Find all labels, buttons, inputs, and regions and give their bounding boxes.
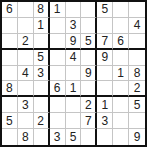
cell-r2c1[interactable] xyxy=(2,18,18,34)
cell-r6c5[interactable]: 1 xyxy=(66,81,82,97)
cell-r9c9[interactable]: 9 xyxy=(129,129,145,145)
cell-r7c7[interactable]: 1 xyxy=(97,97,113,113)
cell-r8c5[interactable] xyxy=(66,113,82,129)
sudoku-board: 681513429576549439188612321552738359 xyxy=(0,0,147,147)
cell-r1c1[interactable]: 6 xyxy=(2,2,18,18)
cell-r6c8[interactable] xyxy=(113,81,129,97)
cell-r5c5[interactable] xyxy=(66,66,82,82)
cell-r1c3[interactable]: 8 xyxy=(34,2,50,18)
cell-r6c4[interactable]: 6 xyxy=(50,81,66,97)
cell-r7c2[interactable]: 3 xyxy=(18,97,34,113)
cell-r7c9[interactable]: 5 xyxy=(129,97,145,113)
cell-r2c2[interactable] xyxy=(18,18,34,34)
cell-r1c8[interactable] xyxy=(113,2,129,18)
cell-r7c3[interactable] xyxy=(34,97,50,113)
cell-r3c3[interactable] xyxy=(34,34,50,50)
cell-r7c4[interactable] xyxy=(50,97,66,113)
cell-r3c7[interactable]: 7 xyxy=(97,34,113,50)
cell-r4c9[interactable] xyxy=(129,50,145,66)
cell-r9c7[interactable] xyxy=(97,129,113,145)
cell-r6c2[interactable] xyxy=(18,81,34,97)
cell-r5c7[interactable] xyxy=(97,66,113,82)
cell-r7c8[interactable] xyxy=(113,97,129,113)
cell-r4c1[interactable] xyxy=(2,50,18,66)
cell-r9c4[interactable]: 3 xyxy=(50,129,66,145)
cell-r4c3[interactable]: 5 xyxy=(34,50,50,66)
cell-r1c6[interactable] xyxy=(81,2,97,18)
cell-r3c8[interactable]: 6 xyxy=(113,34,129,50)
cell-r6c7[interactable] xyxy=(97,81,113,97)
cell-r4c6[interactable] xyxy=(81,50,97,66)
cell-r9c8[interactable] xyxy=(113,129,129,145)
cell-r1c9[interactable] xyxy=(129,2,145,18)
cell-r3c9[interactable] xyxy=(129,34,145,50)
cell-r2c6[interactable] xyxy=(81,18,97,34)
cell-r8c8[interactable] xyxy=(113,113,129,129)
cell-r8c1[interactable]: 5 xyxy=(2,113,18,129)
cell-r1c5[interactable] xyxy=(66,2,82,18)
cell-r5c4[interactable] xyxy=(50,66,66,82)
cell-r3c5[interactable]: 9 xyxy=(66,34,82,50)
cell-r5c2[interactable]: 4 xyxy=(18,66,34,82)
cell-r9c5[interactable]: 5 xyxy=(66,129,82,145)
cell-r5c8[interactable]: 1 xyxy=(113,66,129,82)
cell-r4c5[interactable]: 4 xyxy=(66,50,82,66)
cell-r6c9[interactable]: 2 xyxy=(129,81,145,97)
cell-r5c3[interactable]: 3 xyxy=(34,66,50,82)
cell-r2c4[interactable] xyxy=(50,18,66,34)
cell-r2c9[interactable]: 4 xyxy=(129,18,145,34)
cell-r2c7[interactable] xyxy=(97,18,113,34)
cell-r6c1[interactable]: 8 xyxy=(2,81,18,97)
cell-r8c7[interactable]: 3 xyxy=(97,113,113,129)
cell-r5c1[interactable] xyxy=(2,66,18,82)
cell-r8c2[interactable] xyxy=(18,113,34,129)
cell-r2c8[interactable] xyxy=(113,18,129,34)
cell-r4c4[interactable] xyxy=(50,50,66,66)
cell-r9c1[interactable] xyxy=(2,129,18,145)
cell-r9c3[interactable] xyxy=(34,129,50,145)
cell-r5c9[interactable]: 8 xyxy=(129,66,145,82)
cell-r1c4[interactable]: 1 xyxy=(50,2,66,18)
cell-r2c5[interactable]: 3 xyxy=(66,18,82,34)
cell-r3c1[interactable] xyxy=(2,34,18,50)
cell-r2c3[interactable]: 1 xyxy=(34,18,50,34)
cell-r8c6[interactable]: 7 xyxy=(81,113,97,129)
cell-r9c6[interactable] xyxy=(81,129,97,145)
cell-r4c7[interactable]: 9 xyxy=(97,50,113,66)
cell-r4c8[interactable] xyxy=(113,50,129,66)
cell-r8c4[interactable] xyxy=(50,113,66,129)
cell-r3c6[interactable]: 5 xyxy=(81,34,97,50)
cell-r7c5[interactable] xyxy=(66,97,82,113)
cell-r9c2[interactable]: 8 xyxy=(18,129,34,145)
cell-r7c6[interactable]: 2 xyxy=(81,97,97,113)
cell-r1c2[interactable] xyxy=(18,2,34,18)
cell-r8c3[interactable]: 2 xyxy=(34,113,50,129)
cell-r6c3[interactable] xyxy=(34,81,50,97)
cell-r6c6[interactable] xyxy=(81,81,97,97)
cell-r7c1[interactable] xyxy=(2,97,18,113)
cell-r3c4[interactable] xyxy=(50,34,66,50)
cell-r1c7[interactable]: 5 xyxy=(97,2,113,18)
cell-r5c6[interactable]: 9 xyxy=(81,66,97,82)
cell-r4c2[interactable] xyxy=(18,50,34,66)
cell-r3c2[interactable]: 2 xyxy=(18,34,34,50)
cell-r8c9[interactable] xyxy=(129,113,145,129)
